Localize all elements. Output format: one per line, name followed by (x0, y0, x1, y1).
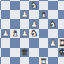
square-h7[interactable] (58, 1, 64, 10)
square-g4[interactable] (48, 29, 57, 38)
square-b4[interactable]: ♟ (1, 29, 10, 38)
square-f4[interactable] (39, 29, 48, 38)
square-e1[interactable] (29, 57, 38, 64)
square-g3[interactable]: ♟ (48, 38, 57, 47)
square-g6[interactable] (48, 10, 57, 19)
square-e7[interactable]: ♞ (29, 1, 38, 10)
chess-board-viewport: ♞♟♝♟♞♟♝♟♞♟♜♛♚♜ (0, 0, 64, 64)
square-g5[interactable]: ♞ (48, 19, 57, 28)
piece-white-king[interactable]: ♚ (59, 48, 64, 57)
square-h1[interactable] (58, 57, 64, 64)
square-h5[interactable] (58, 19, 64, 28)
square-c3[interactable] (10, 38, 19, 47)
square-f6[interactable]: ♝ (39, 10, 48, 19)
piece-white-knight[interactable]: ♞ (30, 29, 38, 38)
square-f5[interactable] (39, 19, 48, 28)
piece-white-pawn[interactable]: ♟ (21, 10, 29, 19)
square-e3[interactable] (29, 38, 38, 47)
square-g2[interactable] (48, 48, 57, 57)
square-c6[interactable] (10, 10, 19, 19)
piece-white-pawn[interactable]: ♟ (49, 39, 57, 48)
square-c7[interactable] (10, 1, 19, 10)
piece-white-pawn[interactable]: ♟ (21, 29, 29, 38)
square-b1[interactable] (1, 57, 10, 64)
square-e4[interactable]: ♞ (29, 29, 38, 38)
square-d1[interactable] (20, 57, 29, 64)
square-h6[interactable] (58, 10, 64, 19)
square-c2[interactable] (10, 48, 19, 57)
piece-white-knight[interactable]: ♞ (49, 20, 57, 29)
square-h2[interactable]: ♚ (58, 48, 64, 57)
square-e2[interactable] (29, 48, 38, 57)
square-h4[interactable] (58, 29, 64, 38)
square-f2[interactable] (39, 48, 48, 57)
square-e6[interactable] (29, 10, 38, 19)
square-d4[interactable]: ♟ (20, 29, 29, 38)
square-b6[interactable] (1, 10, 10, 19)
piece-white-queen[interactable]: ♛ (21, 48, 29, 57)
square-d2[interactable]: ♛ (20, 48, 29, 57)
square-b3[interactable] (1, 38, 10, 47)
piece-white-bishop[interactable]: ♝ (40, 10, 48, 19)
piece-white-rook[interactable]: ♜ (40, 58, 48, 64)
piece-white-knight[interactable]: ♞ (30, 1, 38, 10)
square-g7[interactable] (48, 1, 57, 10)
square-b2[interactable] (1, 48, 10, 57)
square-d6[interactable]: ♟ (20, 10, 29, 19)
square-f3[interactable] (39, 38, 48, 47)
square-g1[interactable] (48, 57, 57, 64)
square-f1[interactable]: ♜ (39, 57, 48, 64)
piece-white-pawn[interactable]: ♟ (2, 29, 10, 38)
piece-white-bishop[interactable]: ♝ (11, 29, 19, 38)
chess-board[interactable]: ♞♟♝♟♞♟♝♟♞♟♜♛♚♜ (0, 0, 64, 64)
square-c1[interactable] (10, 57, 19, 64)
square-c4[interactable]: ♝ (10, 29, 19, 38)
square-b7[interactable] (1, 1, 10, 10)
